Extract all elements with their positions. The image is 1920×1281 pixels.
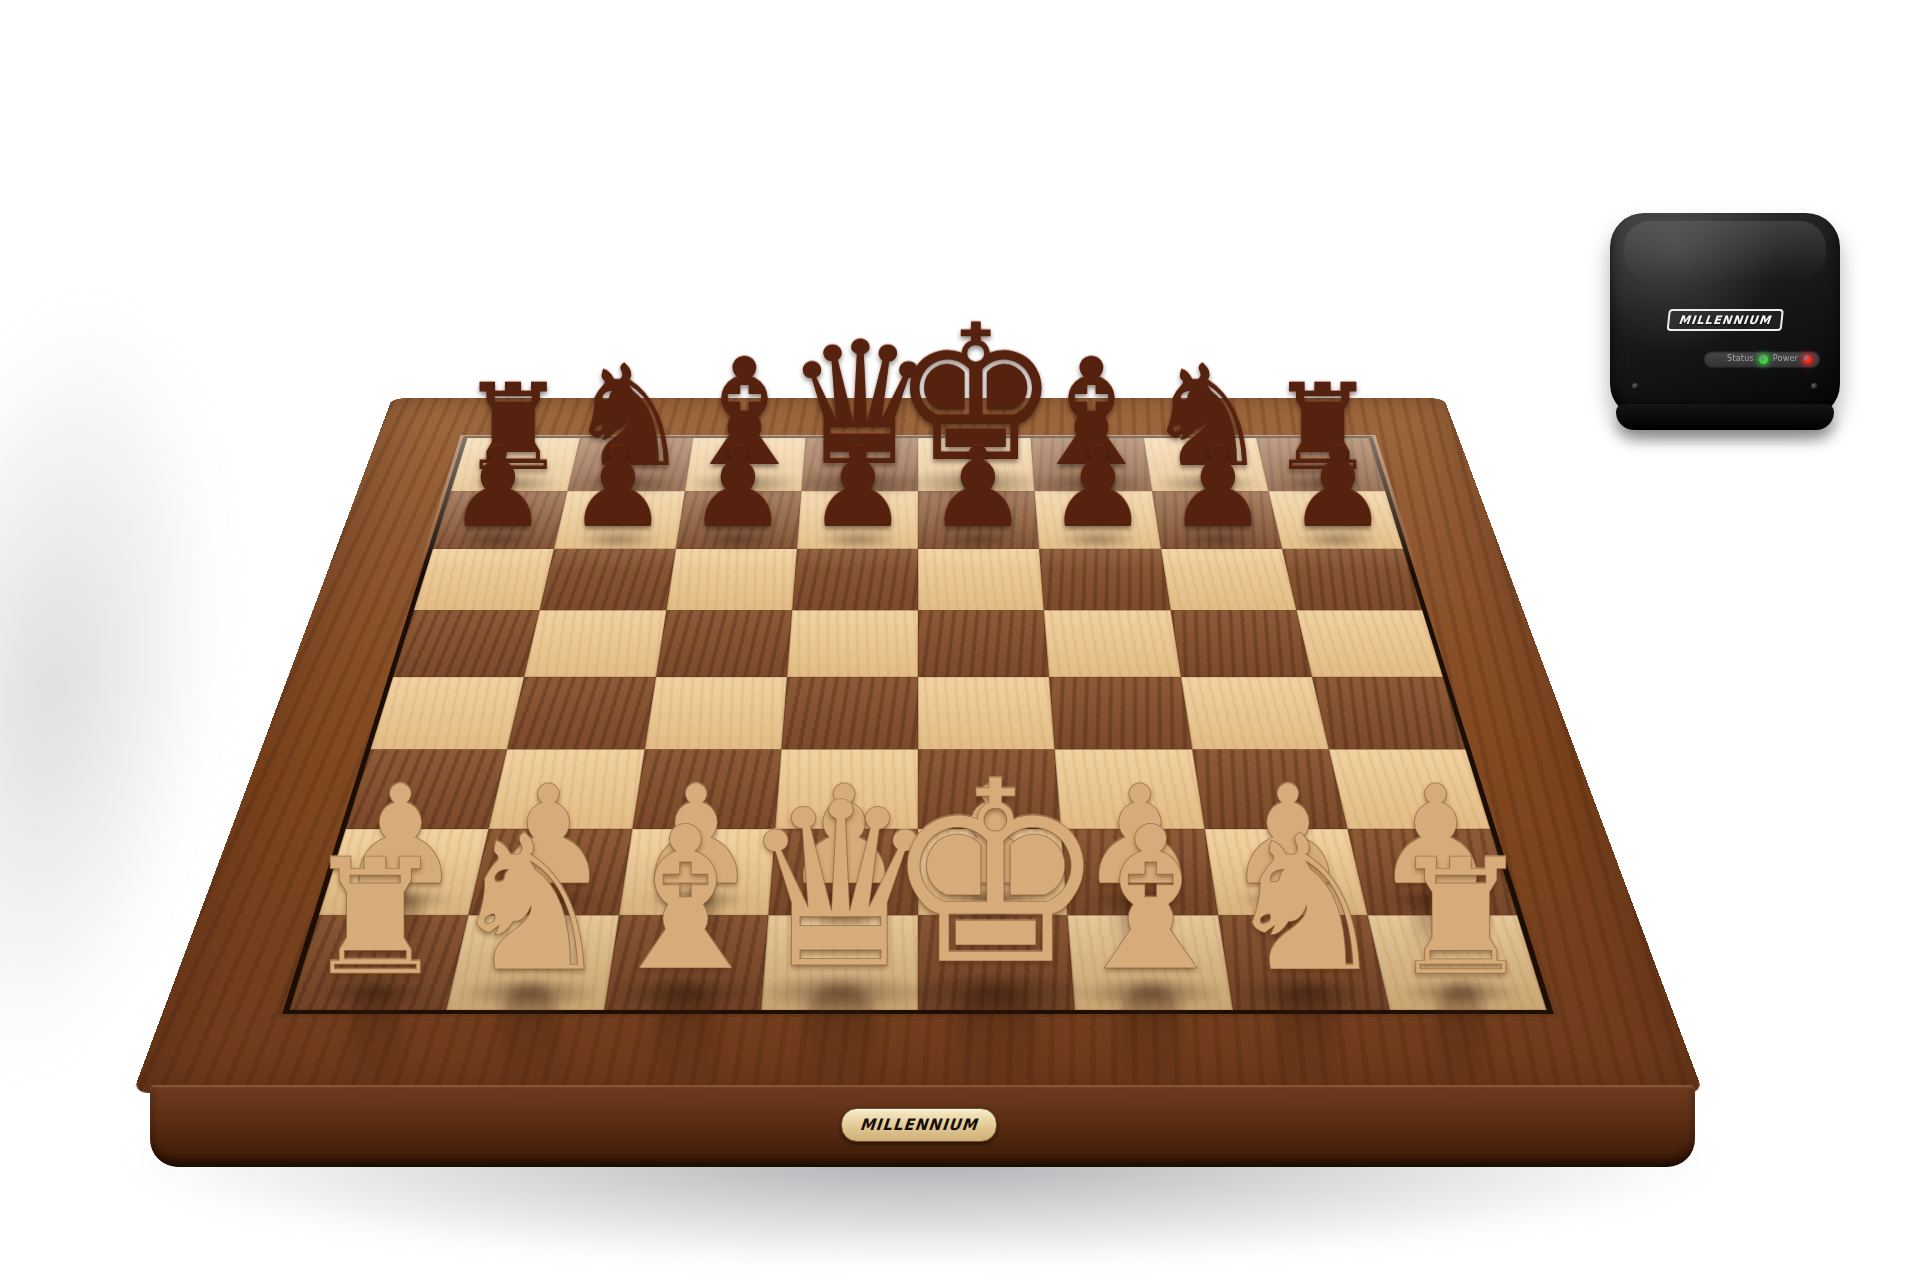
square-f1 bbox=[1068, 915, 1233, 1010]
square-f4 bbox=[1049, 677, 1192, 750]
device-foot-right bbox=[1811, 383, 1818, 390]
square-f6 bbox=[1039, 548, 1170, 610]
square-h1 bbox=[1367, 915, 1546, 1010]
square-f2 bbox=[1061, 829, 1218, 915]
square-d8 bbox=[801, 438, 918, 491]
square-d5 bbox=[787, 610, 918, 677]
square-g6 bbox=[1161, 548, 1297, 610]
square-e6 bbox=[918, 548, 1044, 610]
square-d6 bbox=[792, 548, 918, 610]
square-g1 bbox=[1218, 915, 1390, 1010]
square-b6 bbox=[540, 548, 676, 610]
square-e5 bbox=[918, 610, 1049, 677]
square-h6 bbox=[1282, 548, 1422, 610]
square-d1 bbox=[761, 915, 918, 1010]
status-led-icon bbox=[1759, 355, 1768, 364]
square-b7 bbox=[554, 491, 684, 548]
brand-plaque: MILLENNIUM bbox=[841, 1108, 997, 1142]
square-d3 bbox=[775, 750, 918, 829]
square-e3 bbox=[918, 750, 1061, 829]
square-d7 bbox=[797, 491, 918, 548]
power-label: Power bbox=[1773, 355, 1798, 363]
square-e2 bbox=[918, 829, 1068, 915]
square-c4 bbox=[644, 677, 787, 750]
square-e4 bbox=[918, 677, 1055, 750]
brand-plaque-label: MILLENNIUM bbox=[859, 1116, 979, 1135]
square-b1 bbox=[447, 915, 619, 1010]
square-f5 bbox=[1044, 610, 1180, 677]
square-g3 bbox=[1192, 750, 1347, 829]
square-d2 bbox=[768, 829, 918, 915]
square-h4 bbox=[1312, 677, 1466, 750]
square-g2 bbox=[1204, 829, 1367, 915]
chess-board bbox=[133, 398, 1704, 1093]
square-a6 bbox=[414, 548, 554, 610]
product-photo-scene: MILLENNIUM ♜♞♝♛♚♝♞♜♟♟♟♟♟♟♟♟♟♟♟♟♟♟♟♟♜♞♝♛♚… bbox=[0, 0, 1920, 1281]
square-h3 bbox=[1329, 750, 1490, 829]
square-c3 bbox=[632, 750, 781, 829]
device-foot-left bbox=[1632, 383, 1639, 390]
square-h5 bbox=[1296, 610, 1443, 677]
square-c5 bbox=[656, 610, 792, 677]
square-b3 bbox=[489, 750, 644, 829]
module-indicator-panel: Status Power bbox=[1704, 351, 1820, 367]
square-b2 bbox=[469, 829, 632, 915]
square-a1 bbox=[289, 915, 468, 1010]
square-f3 bbox=[1055, 750, 1204, 829]
square-h7 bbox=[1268, 491, 1403, 548]
square-h2 bbox=[1347, 829, 1517, 915]
square-d4 bbox=[781, 677, 918, 750]
board-squares-grid bbox=[282, 436, 1554, 1014]
square-a5 bbox=[393, 610, 540, 677]
power-led-icon bbox=[1803, 355, 1812, 364]
square-g5 bbox=[1170, 610, 1312, 677]
square-a4 bbox=[370, 677, 524, 750]
square-h8 bbox=[1256, 438, 1385, 491]
square-b8 bbox=[568, 438, 693, 491]
square-c7 bbox=[675, 491, 801, 548]
square-c6 bbox=[666, 548, 797, 610]
square-e7 bbox=[918, 491, 1039, 548]
square-a7 bbox=[433, 491, 568, 548]
square-a2 bbox=[319, 829, 489, 915]
square-e8 bbox=[918, 438, 1035, 491]
square-a8 bbox=[451, 438, 580, 491]
square-g8 bbox=[1143, 438, 1268, 491]
square-a3 bbox=[346, 750, 507, 829]
chess-module: MILLENNIUM Status Power bbox=[1610, 213, 1840, 418]
square-g7 bbox=[1152, 491, 1282, 548]
square-g4 bbox=[1181, 677, 1329, 750]
square-f8 bbox=[1031, 438, 1152, 491]
square-c8 bbox=[684, 438, 805, 491]
square-b4 bbox=[507, 677, 655, 750]
square-c2 bbox=[618, 829, 775, 915]
square-c1 bbox=[604, 915, 769, 1010]
square-b5 bbox=[524, 610, 666, 677]
status-label: Status bbox=[1727, 355, 1754, 363]
square-e1 bbox=[918, 915, 1075, 1010]
module-logo: MILLENNIUM bbox=[1667, 309, 1784, 331]
square-f7 bbox=[1035, 491, 1161, 548]
